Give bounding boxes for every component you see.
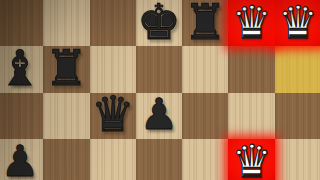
square-h8[interactable]: ♛ <box>275 0 320 46</box>
piece-black-bishop[interactable]: ♝ <box>0 44 42 93</box>
square-e7[interactable] <box>136 46 182 92</box>
square-b6[interactable] <box>0 93 43 139</box>
square-c7[interactable]: ♜ <box>43 46 89 92</box>
square-f8[interactable]: ♜ <box>182 0 228 46</box>
board-viewport: ♚♜♛♛♝♜♛♟♟♛ <box>0 0 320 180</box>
square-g5[interactable]: ♛ <box>228 139 274 180</box>
square-c6[interactable] <box>43 93 89 139</box>
piece-black-pawn[interactable]: ♟ <box>140 93 179 136</box>
square-b5[interactable]: ♟ <box>0 139 43 180</box>
square-e6[interactable]: ♟ <box>136 93 182 139</box>
square-g6[interactable] <box>228 93 274 139</box>
square-f6[interactable] <box>182 93 228 139</box>
square-g8[interactable]: ♛ <box>228 0 274 46</box>
piece-white-queen[interactable]: ♛ <box>231 139 271 180</box>
piece-white-queen[interactable]: ♛ <box>278 0 318 45</box>
piece-black-king[interactable]: ♚ <box>137 0 181 47</box>
square-f7[interactable] <box>182 46 228 92</box>
square-e8[interactable]: ♚ <box>136 0 182 46</box>
chess-board: ♚♜♛♛♝♜♛♟♟♛ <box>0 0 320 180</box>
square-h7[interactable] <box>275 46 320 92</box>
square-b7[interactable]: ♝ <box>0 46 43 92</box>
piece-black-pawn[interactable]: ♟ <box>1 140 40 180</box>
square-d5[interactable] <box>90 139 136 180</box>
square-h6[interactable] <box>275 93 320 139</box>
piece-black-rook[interactable]: ♜ <box>44 44 88 93</box>
piece-black-rook[interactable]: ♜ <box>183 0 227 47</box>
piece-black-queen[interactable]: ♛ <box>91 90 135 139</box>
square-c5[interactable] <box>43 139 89 180</box>
piece-white-queen[interactable]: ♛ <box>231 0 271 45</box>
square-g7[interactable] <box>228 46 274 92</box>
square-h5[interactable] <box>275 139 320 180</box>
square-d8[interactable] <box>90 0 136 46</box>
square-e5[interactable] <box>136 139 182 180</box>
square-d6[interactable]: ♛ <box>90 93 136 139</box>
square-f5[interactable] <box>182 139 228 180</box>
